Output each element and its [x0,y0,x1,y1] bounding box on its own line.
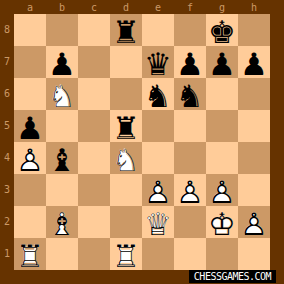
square-d4: ♞♘ [110,142,142,174]
black-pawn: ♟ [46,46,78,78]
square-a1: ♜♖ [14,238,46,270]
square-b8 [46,14,78,46]
rank-label-5: 5 [0,120,14,131]
black-pawn: ♟ [174,46,206,78]
piece-outline: ♔ [206,206,238,238]
black-rook: ♜ [110,14,142,46]
square-f2 [174,206,206,238]
square-g7: ♟ [206,46,238,78]
square-h1 [238,238,270,270]
square-b2: ♝♗ [46,206,78,238]
black-pawn: ♟ [238,46,270,78]
piece-outline: ♕ [142,206,174,238]
piece-fill: ♜ [110,110,142,142]
square-e2: ♛♕ [142,206,174,238]
piece-outline: ♙ [174,174,206,206]
piece-outline: ♖ [14,238,46,270]
square-d3 [110,174,142,206]
square-b7: ♟ [46,46,78,78]
square-e8 [142,14,174,46]
black-king: ♚ [206,14,238,46]
rank-label-6: 6 [0,88,14,99]
file-label-e: e [142,2,174,13]
square-e4 [142,142,174,174]
square-g8: ♚ [206,14,238,46]
white-queen: ♛♕ [142,206,174,238]
square-e3: ♟♙ [142,174,174,206]
square-f8 [174,14,206,46]
square-a3 [14,174,46,206]
square-c8 [78,14,110,46]
rank-label-8: 8 [0,24,14,35]
black-pawn: ♟ [14,110,46,142]
piece-outline: ♙ [206,174,238,206]
square-e6: ♞ [142,78,174,110]
square-f3: ♟♙ [174,174,206,206]
square-c2 [78,206,110,238]
piece-outline: ♘ [46,78,78,110]
square-a8 [14,14,46,46]
square-b4: ♝ [46,142,78,174]
square-h6 [238,78,270,110]
white-knight: ♞♘ [46,78,78,110]
square-e7: ♛ [142,46,174,78]
square-f4 [174,142,206,174]
square-a4: ♟♙ [14,142,46,174]
square-g6 [206,78,238,110]
square-a5: ♟ [14,110,46,142]
square-e1 [142,238,174,270]
square-f6: ♞ [174,78,206,110]
square-c4 [78,142,110,174]
square-d5: ♜ [110,110,142,142]
file-label-b: b [46,2,78,13]
white-rook: ♜♖ [14,238,46,270]
piece-outline: ♙ [142,174,174,206]
chess-diagram: abcdefgh 87654321 ♜♚♟♛♟♟♟♞♘♞♞♟♜♟♙♝♞♘♟♙♟♙… [0,0,284,284]
piece-fill: ♛ [142,46,174,78]
square-c6 [78,78,110,110]
file-label-c: c [78,2,110,13]
black-queen: ♛ [142,46,174,78]
piece-outline: ♖ [110,238,142,270]
square-g3: ♟♙ [206,174,238,206]
square-f5 [174,110,206,142]
white-pawn: ♟♙ [174,174,206,206]
rank-label-7: 7 [0,56,14,67]
square-f7: ♟ [174,46,206,78]
file-label-a: a [14,2,46,13]
file-label-g: g [206,2,238,13]
square-h4 [238,142,270,174]
piece-fill: ♝ [46,142,78,174]
square-g2: ♚♔ [206,206,238,238]
white-pawn: ♟♙ [14,142,46,174]
piece-fill: ♟ [206,46,238,78]
white-bishop: ♝♗ [46,206,78,238]
square-c5 [78,110,110,142]
white-king: ♚♔ [206,206,238,238]
piece-fill: ♟ [174,46,206,78]
file-label-f: f [174,2,206,13]
piece-outline: ♗ [46,206,78,238]
square-b1 [46,238,78,270]
piece-fill: ♜ [110,14,142,46]
rank-label-4: 4 [0,152,14,163]
square-d2 [110,206,142,238]
rank-label-3: 3 [0,184,14,195]
black-knight: ♞ [142,78,174,110]
square-b5 [46,110,78,142]
square-h8 [238,14,270,46]
piece-fill: ♟ [238,46,270,78]
square-h7: ♟ [238,46,270,78]
square-a2 [14,206,46,238]
piece-fill: ♞ [142,78,174,110]
square-g5 [206,110,238,142]
rank-label-1: 1 [0,248,14,259]
square-b6: ♞♘ [46,78,78,110]
square-a7 [14,46,46,78]
piece-fill: ♟ [14,110,46,142]
piece-outline: ♘ [110,142,142,174]
white-pawn: ♟♙ [142,174,174,206]
piece-outline: ♙ [238,206,270,238]
file-label-h: h [238,2,270,13]
square-h3 [238,174,270,206]
black-pawn: ♟ [206,46,238,78]
file-label-d: d [110,2,142,13]
square-e5 [142,110,174,142]
chessgames-watermark: CHESSGAMES.COM [189,270,276,283]
black-bishop: ♝ [46,142,78,174]
piece-outline: ♙ [14,142,46,174]
square-h2: ♟♙ [238,206,270,238]
square-d1: ♜♖ [110,238,142,270]
white-knight: ♞♘ [110,142,142,174]
square-d7 [110,46,142,78]
square-d8: ♜ [110,14,142,46]
white-pawn: ♟♙ [206,174,238,206]
square-d6 [110,78,142,110]
black-knight: ♞ [174,78,206,110]
white-rook: ♜♖ [110,238,142,270]
piece-fill: ♚ [206,14,238,46]
square-c7 [78,46,110,78]
square-c1 [78,238,110,270]
chess-board: ♜♚♟♛♟♟♟♞♘♞♞♟♜♟♙♝♞♘♟♙♟♙♟♙♝♗♛♕♚♔♟♙♜♖♜♖ [14,14,270,270]
square-b3 [46,174,78,206]
piece-fill: ♟ [46,46,78,78]
square-g4 [206,142,238,174]
piece-fill: ♞ [174,78,206,110]
square-h5 [238,110,270,142]
square-f1 [174,238,206,270]
rank-label-2: 2 [0,216,14,227]
black-rook: ♜ [110,110,142,142]
white-pawn: ♟♙ [238,206,270,238]
square-c3 [78,174,110,206]
square-g1 [206,238,238,270]
square-a6 [14,78,46,110]
